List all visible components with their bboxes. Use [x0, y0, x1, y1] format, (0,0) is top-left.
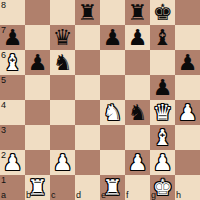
square-a4[interactable]: 4 [0, 100, 25, 125]
square-g6[interactable] [150, 50, 175, 75]
piece-black-queen[interactable]: ♛ [50, 25, 75, 50]
square-d1[interactable]: d [75, 175, 100, 200]
rank-label-8: 8 [1, 1, 6, 10]
file-label-a: a [1, 191, 6, 200]
square-g3[interactable]: ♝ [150, 125, 175, 150]
square-c5[interactable] [50, 75, 75, 100]
square-f6[interactable] [125, 50, 150, 75]
square-g2[interactable]: ♟ [150, 150, 175, 175]
rank-label-4: 4 [1, 101, 6, 110]
piece-white-pawn[interactable]: ♟ [125, 150, 150, 175]
square-c3[interactable] [50, 125, 75, 150]
square-f4[interactable]: ♞ [125, 100, 150, 125]
square-d7[interactable] [75, 25, 100, 50]
square-e8[interactable] [100, 0, 125, 25]
square-b3[interactable] [25, 125, 50, 150]
square-b6[interactable]: ♟ [25, 50, 50, 75]
piece-white-queen[interactable]: ♛ [150, 100, 175, 125]
square-b4[interactable] [25, 100, 50, 125]
piece-black-rook[interactable]: ♜ [75, 0, 100, 25]
chess-board: 8♜♜♚♟7♛♟♟♝♝6♟♞♟5♟4♞♞♛♟3♝♟2♟♟♟1a♜bcd♜ef♚g… [0, 0, 200, 200]
square-d4[interactable] [75, 100, 100, 125]
rank-label-3: 3 [1, 126, 6, 135]
square-e2[interactable] [100, 150, 125, 175]
file-label-b: b [26, 191, 31, 200]
square-f1[interactable]: f [125, 175, 150, 200]
piece-black-pawn[interactable]: ♟ [125, 25, 150, 50]
file-label-c: c [51, 191, 56, 200]
file-label-e: e [101, 191, 106, 200]
square-g4[interactable]: ♛ [150, 100, 175, 125]
square-c6[interactable]: ♞ [50, 50, 75, 75]
square-h6[interactable]: ♟ [175, 50, 200, 75]
square-b5[interactable] [25, 75, 50, 100]
piece-black-king[interactable]: ♚ [150, 0, 175, 25]
square-c7[interactable]: ♛ [50, 25, 75, 50]
square-e1[interactable]: ♜e [100, 175, 125, 200]
file-label-f: f [126, 191, 129, 200]
square-h8[interactable] [175, 0, 200, 25]
piece-black-pawn[interactable]: ♟ [25, 50, 50, 75]
square-f7[interactable]: ♟ [125, 25, 150, 50]
square-d3[interactable] [75, 125, 100, 150]
piece-black-pawn[interactable]: ♟ [150, 75, 175, 100]
piece-black-rook[interactable]: ♜ [125, 0, 150, 25]
square-c1[interactable]: c [50, 175, 75, 200]
piece-black-knight[interactable]: ♞ [125, 100, 150, 125]
rank-label-6: 6 [1, 51, 6, 60]
square-d2[interactable] [75, 150, 100, 175]
square-e3[interactable] [100, 125, 125, 150]
piece-white-bishop[interactable]: ♝ [150, 125, 175, 150]
square-h3[interactable] [175, 125, 200, 150]
rank-label-7: 7 [1, 26, 6, 35]
piece-white-pawn[interactable]: ♟ [150, 150, 175, 175]
piece-black-knight[interactable]: ♞ [50, 50, 75, 75]
square-g7[interactable]: ♝ [150, 25, 175, 50]
square-b7[interactable] [25, 25, 50, 50]
square-b2[interactable] [25, 150, 50, 175]
piece-white-pawn[interactable]: ♟ [175, 100, 200, 125]
piece-black-pawn[interactable]: ♟ [100, 25, 125, 50]
square-f8[interactable]: ♜ [125, 0, 150, 25]
rank-label-5: 5 [1, 76, 6, 85]
square-f5[interactable] [125, 75, 150, 100]
square-e4[interactable]: ♞ [100, 100, 125, 125]
square-h7[interactable] [175, 25, 200, 50]
square-h1[interactable]: h [175, 175, 200, 200]
file-label-h: h [176, 191, 181, 200]
square-g5[interactable]: ♟ [150, 75, 175, 100]
square-d8[interactable]: ♜ [75, 0, 100, 25]
rank-label-1: 1 [1, 176, 6, 185]
square-a3[interactable]: 3 [0, 125, 25, 150]
square-a5[interactable]: 5 [0, 75, 25, 100]
piece-white-knight[interactable]: ♞ [100, 100, 125, 125]
square-h2[interactable] [175, 150, 200, 175]
rank-label-2: 2 [1, 151, 6, 160]
square-b1[interactable]: ♜b [25, 175, 50, 200]
square-c4[interactable] [50, 100, 75, 125]
square-e6[interactable] [100, 50, 125, 75]
square-h4[interactable]: ♟ [175, 100, 200, 125]
piece-black-bishop[interactable]: ♝ [150, 25, 175, 50]
square-b8[interactable] [25, 0, 50, 25]
square-c8[interactable] [50, 0, 75, 25]
file-label-d: d [76, 191, 81, 200]
square-g8[interactable]: ♚ [150, 0, 175, 25]
square-a2[interactable]: ♟2 [0, 150, 25, 175]
square-e5[interactable] [100, 75, 125, 100]
square-h5[interactable] [175, 75, 200, 100]
square-f2[interactable]: ♟ [125, 150, 150, 175]
square-e7[interactable]: ♟ [100, 25, 125, 50]
square-d6[interactable] [75, 50, 100, 75]
square-a8[interactable]: 8 [0, 0, 25, 25]
square-c2[interactable]: ♟ [50, 150, 75, 175]
file-label-g: g [151, 191, 156, 200]
square-a6[interactable]: ♝6 [0, 50, 25, 75]
piece-white-pawn[interactable]: ♟ [50, 150, 75, 175]
square-g1[interactable]: ♚g [150, 175, 175, 200]
square-d5[interactable] [75, 75, 100, 100]
square-f3[interactable] [125, 125, 150, 150]
piece-black-pawn[interactable]: ♟ [175, 50, 200, 75]
square-a7[interactable]: ♟7 [0, 25, 25, 50]
square-a1[interactable]: 1a [0, 175, 25, 200]
